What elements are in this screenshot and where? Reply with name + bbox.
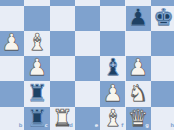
- file-label-e: e: [95, 123, 98, 128]
- square-c5[interactable]: [24, 6, 49, 31]
- square-e1[interactable]: e: [75, 107, 100, 130]
- piece-black-rook[interactable]: ♜: [27, 82, 48, 105]
- square-f1[interactable]: ♝f: [100, 107, 125, 130]
- square-f3[interactable]: ♝: [100, 56, 125, 81]
- square-b5[interactable]: [0, 6, 24, 31]
- file-label-f: f: [121, 123, 123, 128]
- square-c3[interactable]: ♟: [24, 56, 49, 81]
- piece-white-pawn[interactable]: ♟: [128, 56, 149, 79]
- square-c1[interactable]: ♜c: [24, 107, 49, 130]
- square-c4[interactable]: ♝: [24, 31, 49, 56]
- square-g1[interactable]: ♛g: [126, 107, 151, 130]
- piece-white-bishop[interactable]: ♝: [27, 31, 48, 54]
- square-h1[interactable]: h: [151, 107, 174, 130]
- square-g2[interactable]: ♞: [126, 81, 151, 106]
- square-e5[interactable]: [75, 6, 100, 31]
- square-d3[interactable]: [50, 56, 75, 81]
- square-f4[interactable]: [100, 31, 125, 56]
- file-label-d: d: [69, 123, 73, 128]
- square-h3[interactable]: [151, 56, 174, 81]
- piece-white-pawn[interactable]: ♟: [27, 56, 48, 79]
- file-label-g: g: [145, 123, 149, 128]
- square-e3[interactable]: [75, 56, 100, 81]
- square-h5[interactable]: ♚: [151, 6, 174, 31]
- file-label-b: b: [19, 123, 23, 128]
- square-e2[interactable]: [75, 81, 100, 106]
- chess-board-screenshot: ♟♟♟♚♟♝♟♝♟♜♟♞b♜c♜de♝f♛gh: [0, 0, 174, 130]
- square-g4[interactable]: [126, 31, 151, 56]
- square-d4[interactable]: [50, 31, 75, 56]
- square-g3[interactable]: ♟: [126, 56, 151, 81]
- chess-board: ♟♟♟♚♟♝♟♝♟♜♟♞b♜c♜de♝f♛gh: [0, 0, 174, 130]
- piece-white-knight[interactable]: ♞: [128, 82, 149, 105]
- square-e4[interactable]: [75, 31, 100, 56]
- piece-black-pawn-partial[interactable]: ♟: [103, 0, 124, 3]
- square-f2[interactable]: ♟: [100, 81, 125, 106]
- square-h4[interactable]: [151, 31, 174, 56]
- square-g5[interactable]: ♟: [126, 6, 151, 31]
- square-d1[interactable]: ♜d: [50, 107, 75, 130]
- piece-white-pawn[interactable]: ♟: [1, 31, 22, 54]
- piece-black-bishop[interactable]: ♝: [103, 56, 124, 79]
- piece-black-king[interactable]: ♚: [153, 6, 174, 29]
- square-b1[interactable]: b: [0, 107, 24, 130]
- piece-white-bishop[interactable]: ♝: [103, 107, 124, 130]
- square-d5[interactable]: [50, 6, 75, 31]
- piece-white-pawn[interactable]: ♟: [103, 82, 124, 105]
- square-d2[interactable]: [50, 81, 75, 106]
- square-b2[interactable]: [0, 81, 24, 106]
- square-b3[interactable]: [0, 56, 24, 81]
- file-label-h: h: [171, 123, 174, 128]
- square-c2[interactable]: ♜: [24, 81, 49, 106]
- piece-black-pawn[interactable]: ♟: [128, 6, 149, 29]
- square-b4[interactable]: ♟: [0, 31, 24, 56]
- file-label-c: c: [45, 123, 48, 128]
- square-h2[interactable]: [151, 81, 174, 106]
- square-f5[interactable]: [100, 6, 125, 31]
